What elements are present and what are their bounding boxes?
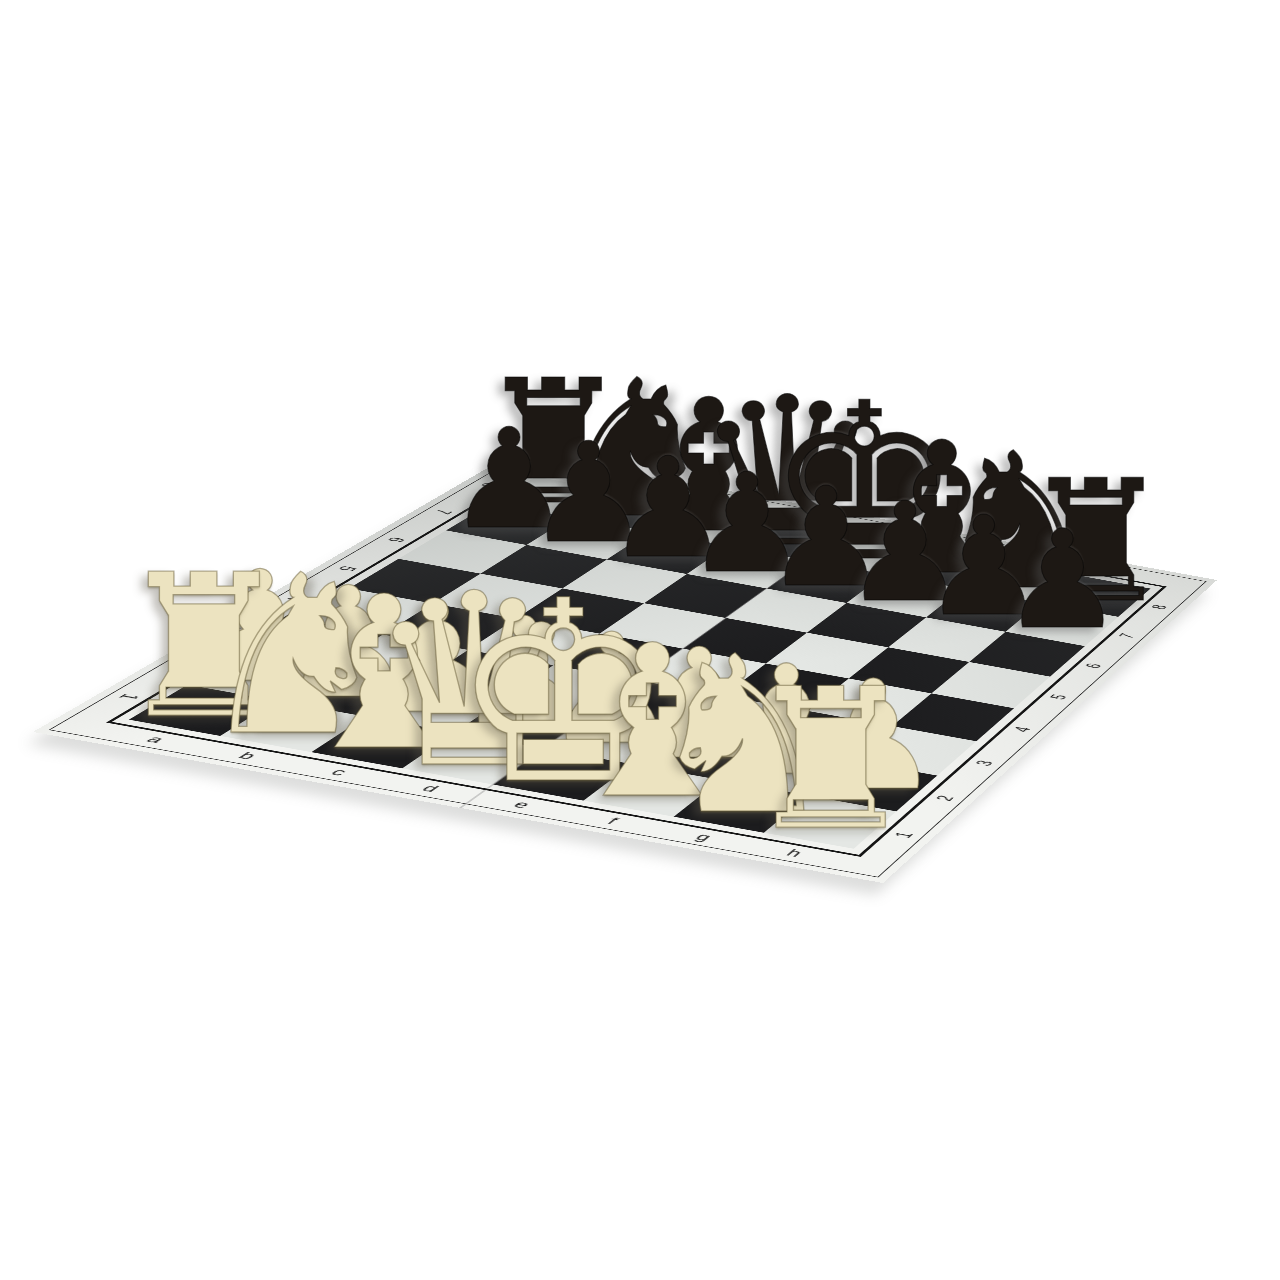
file-label-f-far: f <box>965 542 978 549</box>
rank-label-8-left: 8 <box>477 482 500 488</box>
file-label-g-far: g <box>1038 555 1055 563</box>
file-label-e-near: e <box>510 799 533 809</box>
file-label-d-near: d <box>419 783 442 793</box>
file-label-c-near: c <box>328 767 351 777</box>
file-label-e-far: e <box>886 527 904 535</box>
rank-label-2-left: 2 <box>174 659 201 667</box>
file-label-b-near: b <box>235 751 259 761</box>
file-label-h-near: h <box>783 848 804 859</box>
rank-label-1-left: 1 <box>115 693 143 701</box>
rank-label-1-right: 1 <box>891 831 916 839</box>
file-label-f-near: f <box>604 816 621 826</box>
rank-label-4-left: 4 <box>283 595 309 602</box>
file-label-a-near: a <box>143 734 168 744</box>
file-label-h-far: h <box>1114 569 1131 577</box>
chess-set-photo: aa11bb22cc33dd44ee55ff66gg77hh88 ♜♞♝♛♚♝♞… <box>0 0 1280 1280</box>
rank-label-6-right: 6 <box>1082 662 1104 669</box>
rank-label-8-right: 8 <box>1149 604 1170 611</box>
rank-label-7-left: 7 <box>431 509 455 516</box>
file-label-a-far: a <box>579 472 598 480</box>
rank-label-7-right: 7 <box>1116 633 1138 640</box>
rank-label-2-right: 2 <box>933 794 958 802</box>
rank-label-4-right: 4 <box>1011 726 1034 734</box>
file-label-g-near: g <box>693 832 715 843</box>
rank-label-3-right: 3 <box>973 759 997 767</box>
rank-label-5-right: 5 <box>1047 693 1070 700</box>
rank-label-6-left: 6 <box>384 536 408 543</box>
chess-board-mat: aa11bb22cc33dd44ee55ff66gg77hh88 <box>33 452 1217 883</box>
file-label-c-far: c <box>733 500 750 507</box>
file-label-d-far: d <box>809 513 827 521</box>
rank-label-5-left: 5 <box>334 565 359 572</box>
file-label-b-far: b <box>656 486 675 494</box>
rank-label-3-left: 3 <box>229 626 255 634</box>
board-grid <box>129 477 1151 849</box>
